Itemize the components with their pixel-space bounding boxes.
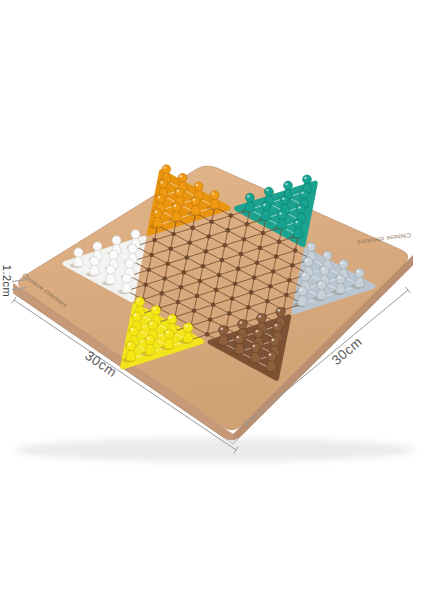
- board-shadow: [15, 438, 415, 462]
- product-photo-scene: 30cm 30cm 1.2cm Chinese checkers Chinese…: [0, 0, 424, 600]
- dimension-label-thickness: 1.2cm: [1, 265, 13, 297]
